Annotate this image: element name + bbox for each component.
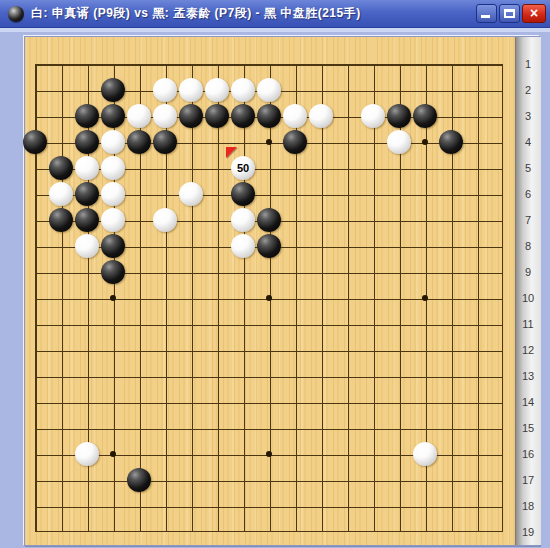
- white-stone: [101, 130, 125, 154]
- black-stone: [153, 130, 177, 154]
- white-stone: [101, 156, 125, 180]
- black-stone: [127, 468, 151, 492]
- black-stone: [413, 104, 437, 128]
- go-board[interactable]: 50: [25, 37, 515, 545]
- black-stone: [101, 234, 125, 258]
- row-coordinates: 12345678910111213141516171819: [515, 51, 541, 545]
- star-point: [422, 295, 428, 301]
- black-stone: [283, 130, 307, 154]
- move-number-label: 50: [231, 156, 255, 180]
- white-stone: [413, 442, 437, 466]
- white-stone: [153, 104, 177, 128]
- row-label: 13: [515, 363, 541, 389]
- black-stone: [179, 104, 203, 128]
- black-stone: [49, 156, 73, 180]
- star-point: [110, 451, 116, 457]
- black-stone: [75, 182, 99, 206]
- close-button[interactable]: ×: [522, 4, 546, 23]
- white-stone: [75, 156, 99, 180]
- black-stone: [101, 104, 125, 128]
- black-stone: [231, 104, 255, 128]
- white-stone: [205, 78, 229, 102]
- white-stone: [153, 208, 177, 232]
- go-board-panel: 50 12345678910111213141516171819: [24, 36, 540, 546]
- white-stone: [387, 130, 411, 154]
- maximize-button[interactable]: [499, 4, 520, 23]
- row-label: 11: [515, 311, 541, 337]
- white-stone: 50: [231, 156, 255, 180]
- window-controls: ×: [476, 4, 546, 23]
- black-stone: [257, 234, 281, 258]
- row-label: 3: [515, 103, 541, 129]
- go-stone-app-icon: [8, 6, 24, 22]
- black-stone: [205, 104, 229, 128]
- black-stone: [101, 260, 125, 284]
- window-titlebar[interactable]: 白: 申真谞 (P9段) vs 黑: 孟泰龄 (P7段) - 黑 中盘胜(215…: [0, 0, 550, 28]
- maximize-icon: [504, 9, 515, 18]
- minimize-icon: [481, 15, 490, 18]
- row-label: 18: [515, 493, 541, 519]
- star-point: [110, 295, 116, 301]
- row-label: 12: [515, 337, 541, 363]
- row-label: 5: [515, 155, 541, 181]
- row-label: 6: [515, 181, 541, 207]
- row-label: 8: [515, 233, 541, 259]
- white-stone: [153, 78, 177, 102]
- white-stone: [361, 104, 385, 128]
- star-point: [266, 451, 272, 457]
- white-stone: [75, 234, 99, 258]
- white-stone: [127, 104, 151, 128]
- white-stone: [231, 208, 255, 232]
- white-stone: [179, 78, 203, 102]
- row-label: 19: [515, 519, 541, 545]
- white-stone: [231, 234, 255, 258]
- black-stone: [75, 208, 99, 232]
- white-stone: [179, 182, 203, 206]
- row-label: 15: [515, 415, 541, 441]
- stones-layer: 50: [22, 51, 516, 545]
- row-label: 9: [515, 259, 541, 285]
- black-stone: [257, 208, 281, 232]
- black-stone: [75, 130, 99, 154]
- black-stone: [127, 130, 151, 154]
- white-stone: [309, 104, 333, 128]
- black-stone: [75, 104, 99, 128]
- row-label: 17: [515, 467, 541, 493]
- row-label: 14: [515, 389, 541, 415]
- black-stone: [257, 104, 281, 128]
- white-stone: [49, 182, 73, 206]
- row-label: 2: [515, 77, 541, 103]
- black-stone: [101, 78, 125, 102]
- app-window: 白: 申真谞 (P9段) vs 黑: 孟泰龄 (P7段) - 黑 中盘胜(215…: [0, 0, 550, 548]
- black-stone: [23, 130, 47, 154]
- white-stone: [231, 78, 255, 102]
- black-stone: [49, 208, 73, 232]
- star-point: [266, 139, 272, 145]
- star-point: [422, 139, 428, 145]
- row-label: 4: [515, 129, 541, 155]
- white-stone: [283, 104, 307, 128]
- row-label: 7: [515, 207, 541, 233]
- window-title: 白: 申真谞 (P9段) vs 黑: 孟泰龄 (P7段) - 黑 中盘胜(215…: [31, 5, 476, 22]
- row-label: 1: [515, 51, 541, 77]
- white-stone: [75, 442, 99, 466]
- black-stone: [231, 182, 255, 206]
- black-stone: [439, 130, 463, 154]
- content-top-strip: [0, 28, 550, 32]
- minimize-button[interactable]: [476, 4, 497, 23]
- row-label: 10: [515, 285, 541, 311]
- black-stone: [387, 104, 411, 128]
- white-stone: [101, 208, 125, 232]
- white-stone: [101, 182, 125, 206]
- row-label: 16: [515, 441, 541, 467]
- white-stone: [257, 78, 281, 102]
- window-content: 50 12345678910111213141516171819: [0, 28, 550, 548]
- star-point: [266, 295, 272, 301]
